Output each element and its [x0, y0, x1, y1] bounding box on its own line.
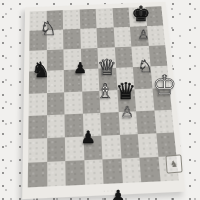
square-b3[interactable]	[47, 114, 65, 138]
square-a3[interactable]	[28, 115, 46, 139]
square-d8[interactable]	[79, 9, 96, 29]
square-e8[interactable]	[96, 8, 114, 28]
square-d7[interactable]	[80, 28, 98, 49]
square-c7[interactable]	[63, 29, 80, 50]
square-b1[interactable]	[47, 161, 66, 187]
square-g3[interactable]	[136, 110, 156, 134]
square-f6[interactable]	[114, 47, 132, 68]
square-e1[interactable]	[102, 158, 122, 184]
piece-white-knight-g6[interactable]: ♘	[138, 58, 153, 75]
piece-white-king-h5[interactable]: ♔	[153, 71, 177, 98]
square-f7[interactable]	[113, 27, 131, 48]
maker-crest-logo: ♞	[165, 154, 182, 173]
offboard-captured-piece: ♟	[110, 188, 126, 200]
square-g1[interactable]	[139, 157, 160, 182]
square-g2[interactable]	[138, 133, 158, 158]
piece-white-queen-e6[interactable]: ♕	[97, 57, 117, 79]
piece-white-pawn-f4[interactable]: ♙	[121, 105, 134, 120]
piece-white-pawn-g7[interactable]: ♙	[138, 28, 150, 41]
square-a4[interactable]	[29, 93, 47, 116]
piece-black-pawn-c6[interactable]: ♟	[74, 61, 87, 76]
square-a1[interactable]	[28, 162, 47, 188]
square-a2[interactable]	[28, 138, 47, 163]
square-g4[interactable]	[134, 88, 153, 111]
piece-black-knight-a6[interactable]: ♞	[32, 60, 51, 81]
piece-black-queen-f5[interactable]: ♛	[116, 80, 137, 103]
crest-knight-icon: ♞	[170, 159, 179, 170]
chessboard-photo: ···· ♘♚♙♞♟♕♘♗♛♔♙♟ ♞ ♟	[0, 0, 200, 200]
square-b2[interactable]	[47, 137, 66, 162]
square-c4[interactable]	[64, 91, 82, 114]
square-e2[interactable]	[101, 135, 121, 160]
square-d1[interactable]	[84, 159, 104, 185]
piece-black-king-g8[interactable]: ♚	[132, 4, 151, 25]
square-e7[interactable]	[97, 28, 115, 49]
square-h3[interactable]	[154, 109, 174, 133]
piece-white-bishop-e5[interactable]: ♗	[96, 81, 114, 101]
square-b4[interactable]	[46, 92, 64, 115]
square-c1[interactable]	[65, 160, 84, 186]
square-h2[interactable]	[156, 132, 177, 156]
square-f8[interactable]	[112, 8, 130, 28]
square-e3[interactable]	[100, 112, 119, 136]
piece-white-knight-a8[interactable]: ♘	[40, 19, 57, 38]
square-f1[interactable]	[121, 158, 141, 183]
square-c8[interactable]	[63, 10, 80, 30]
square-f2[interactable]	[120, 134, 140, 159]
square-h7[interactable]	[147, 26, 166, 47]
piece-black-pawn-d3[interactable]: ♟	[81, 129, 96, 146]
